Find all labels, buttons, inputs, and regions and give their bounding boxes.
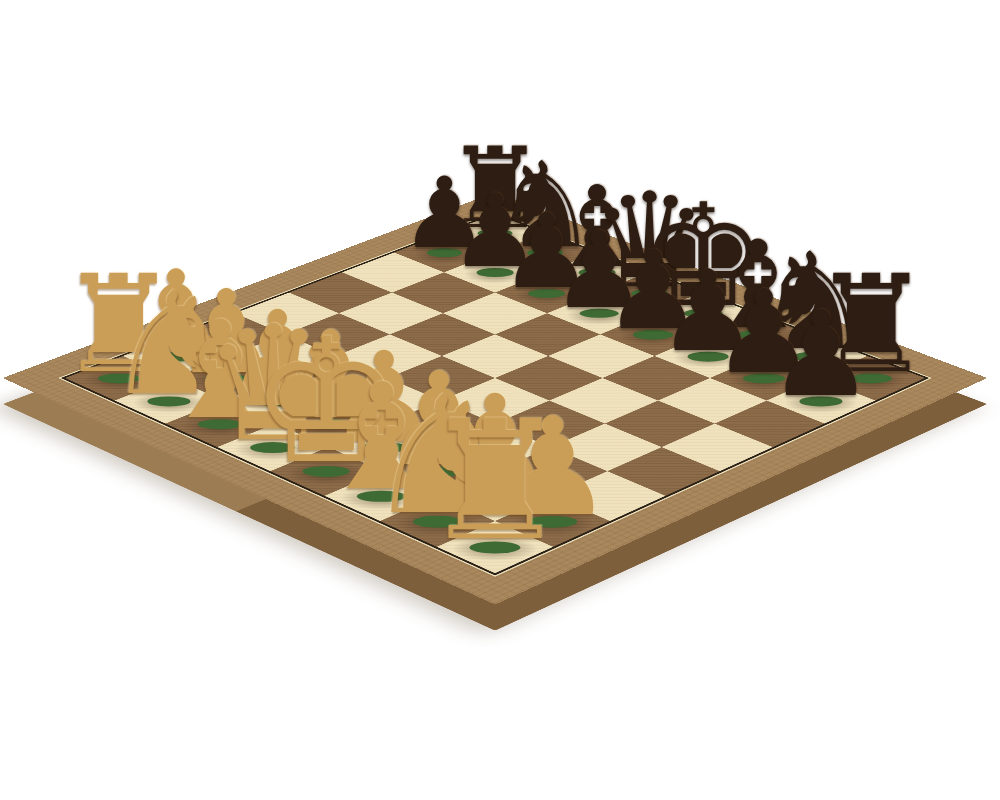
board-squares [65, 214, 925, 573]
chessboard-product-photo: ♜♞♝♛♚♝♞♜♟♟♟♟♟♟♟♟♟♟♟♟♟♟♟♟♜♞♝♛♚♝♞♜ [0, 0, 1000, 800]
board-frame [3, 192, 987, 604]
chess-board [3, 192, 987, 604]
